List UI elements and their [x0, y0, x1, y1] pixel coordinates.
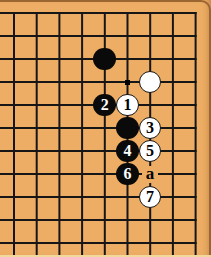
white-stone-move-7: 7	[139, 186, 162, 209]
black-stone-move-4: 4	[116, 140, 139, 163]
point-label-a: a	[142, 166, 158, 183]
black-stone	[116, 117, 139, 140]
black-stone	[93, 48, 116, 71]
stones-layer: a2134567	[3, 2, 207, 255]
go-board-diagram: a2134567	[0, 0, 211, 257]
white-stone-move-5: 5	[139, 140, 162, 163]
black-stone-move-2: 2	[93, 94, 116, 117]
white-stone-move-3: 3	[139, 117, 162, 140]
white-stone	[139, 71, 162, 94]
hoshi-marker	[125, 80, 130, 85]
black-stone-move-6: 6	[116, 163, 139, 186]
white-stone-move-1: 1	[116, 94, 139, 117]
